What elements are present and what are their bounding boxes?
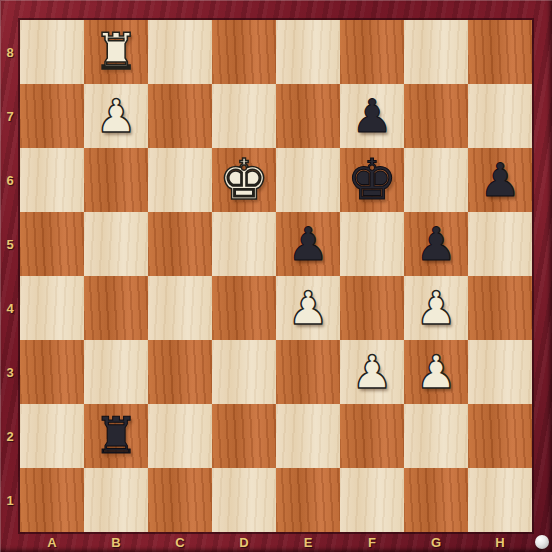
square-c3[interactable] [148, 340, 212, 404]
square-f7[interactable]: ♟ [340, 84, 404, 148]
piece-black-rook-b2[interactable]: ♜ [84, 404, 148, 468]
square-e8[interactable] [276, 20, 340, 84]
square-h6[interactable]: ♟ [468, 148, 532, 212]
rank-label-2: 2 [0, 404, 20, 468]
square-a5[interactable] [20, 212, 84, 276]
rank-label-3: 3 [0, 340, 20, 404]
square-g6[interactable] [404, 148, 468, 212]
piece-white-pawn-g4[interactable]: ♟ [404, 276, 468, 340]
file-label-e: E [276, 532, 340, 552]
rank-label-1: 1 [0, 468, 20, 532]
square-g5[interactable]: ♟ [404, 212, 468, 276]
square-b7[interactable]: ♟ [84, 84, 148, 148]
piece-white-pawn-g3[interactable]: ♟ [404, 340, 468, 404]
file-label-f: F [340, 532, 404, 552]
square-d1[interactable] [212, 468, 276, 532]
square-f5[interactable] [340, 212, 404, 276]
file-label-c: C [148, 532, 212, 552]
piece-white-king-d6[interactable]: ♚ [212, 148, 276, 212]
square-e2[interactable] [276, 404, 340, 468]
square-g4[interactable]: ♟ [404, 276, 468, 340]
square-b4[interactable] [84, 276, 148, 340]
square-d8[interactable] [212, 20, 276, 84]
square-d4[interactable] [212, 276, 276, 340]
square-f6[interactable]: ♚ [340, 148, 404, 212]
piece-white-rook-b8[interactable]: ♜ [84, 20, 148, 84]
square-b2[interactable]: ♜ [84, 404, 148, 468]
file-label-b: B [84, 532, 148, 552]
square-h5[interactable] [468, 212, 532, 276]
piece-white-pawn-e4[interactable]: ♟ [276, 276, 340, 340]
square-a3[interactable] [20, 340, 84, 404]
rank-label-5: 5 [0, 212, 20, 276]
rank-label-8: 8 [0, 20, 20, 84]
rank-label-4: 4 [0, 276, 20, 340]
square-c4[interactable] [148, 276, 212, 340]
square-h7[interactable] [468, 84, 532, 148]
square-d5[interactable] [212, 212, 276, 276]
square-f1[interactable] [340, 468, 404, 532]
square-a4[interactable] [20, 276, 84, 340]
square-f3[interactable]: ♟ [340, 340, 404, 404]
chess-board-frame: ♜♟♟♚♚♟♟♟♟♟♟♟♜ 87654321 ABCDEFGH [0, 0, 552, 552]
file-labels: ABCDEFGH [20, 532, 532, 552]
rank-label-7: 7 [0, 84, 20, 148]
board: ♜♟♟♚♚♟♟♟♟♟♟♟♜ [20, 20, 532, 532]
square-c5[interactable] [148, 212, 212, 276]
square-a8[interactable] [20, 20, 84, 84]
square-f8[interactable] [340, 20, 404, 84]
piece-white-pawn-b7[interactable]: ♟ [84, 84, 148, 148]
square-g3[interactable]: ♟ [404, 340, 468, 404]
square-c7[interactable] [148, 84, 212, 148]
square-g2[interactable] [404, 404, 468, 468]
rank-labels: 87654321 [0, 20, 20, 532]
square-a6[interactable] [20, 148, 84, 212]
file-label-h: H [468, 532, 532, 552]
square-h3[interactable] [468, 340, 532, 404]
piece-black-pawn-e5[interactable]: ♟ [276, 212, 340, 276]
square-e7[interactable] [276, 84, 340, 148]
square-e4[interactable]: ♟ [276, 276, 340, 340]
square-f2[interactable] [340, 404, 404, 468]
square-g8[interactable] [404, 20, 468, 84]
square-f4[interactable] [340, 276, 404, 340]
square-d7[interactable] [212, 84, 276, 148]
square-g1[interactable] [404, 468, 468, 532]
square-h8[interactable] [468, 20, 532, 84]
square-b8[interactable]: ♜ [84, 20, 148, 84]
file-label-d: D [212, 532, 276, 552]
square-c8[interactable] [148, 20, 212, 84]
square-g7[interactable] [404, 84, 468, 148]
square-b1[interactable] [84, 468, 148, 532]
square-c6[interactable] [148, 148, 212, 212]
square-d3[interactable] [212, 340, 276, 404]
square-a7[interactable] [20, 84, 84, 148]
square-h1[interactable] [468, 468, 532, 532]
square-a1[interactable] [20, 468, 84, 532]
piece-black-pawn-g5[interactable]: ♟ [404, 212, 468, 276]
piece-white-pawn-f3[interactable]: ♟ [340, 340, 404, 404]
square-c2[interactable] [148, 404, 212, 468]
file-label-g: G [404, 532, 468, 552]
square-h2[interactable] [468, 404, 532, 468]
square-b6[interactable] [84, 148, 148, 212]
piece-black-pawn-h6[interactable]: ♟ [468, 148, 532, 212]
square-e6[interactable] [276, 148, 340, 212]
white-to-move-indicator [535, 535, 549, 549]
file-label-a: A [20, 532, 84, 552]
rank-label-6: 6 [0, 148, 20, 212]
square-e5[interactable]: ♟ [276, 212, 340, 276]
square-c1[interactable] [148, 468, 212, 532]
piece-black-king-f6[interactable]: ♚ [340, 148, 404, 212]
square-d6[interactable]: ♚ [212, 148, 276, 212]
piece-black-pawn-f7[interactable]: ♟ [340, 84, 404, 148]
square-e1[interactable] [276, 468, 340, 532]
square-b3[interactable] [84, 340, 148, 404]
square-a2[interactable] [20, 404, 84, 468]
square-b5[interactable] [84, 212, 148, 276]
square-e3[interactable] [276, 340, 340, 404]
square-h4[interactable] [468, 276, 532, 340]
square-d2[interactable] [212, 404, 276, 468]
